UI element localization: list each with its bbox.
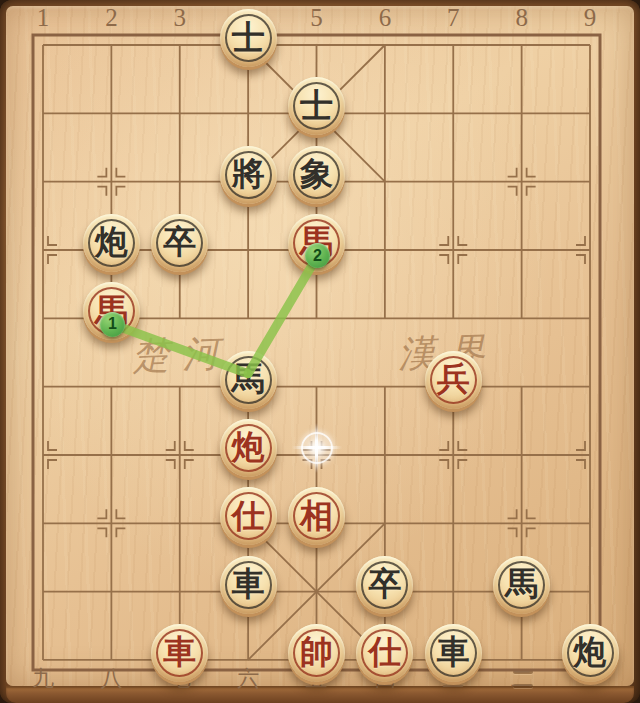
- file-label-top-5: 5: [297, 4, 337, 32]
- file-label-bottom-2: 八: [91, 664, 131, 694]
- piece-glyph: 炮: [574, 635, 607, 670]
- piece-glyph: 士: [300, 89, 333, 124]
- file-label-bottom-8: 二: [502, 664, 542, 694]
- piece-black-士-c4r0[interactable]: 士: [220, 9, 277, 67]
- piece-black-士-c5r1[interactable]: 士: [288, 77, 345, 135]
- file-label-top-9: 9: [570, 4, 610, 32]
- piece-glyph: 將: [232, 157, 265, 192]
- piece-red-仕-c6r9[interactable]: 仕: [356, 624, 413, 682]
- piece-red-帥-c5r9[interactable]: 帥: [288, 624, 345, 682]
- piece-red-車-c3r9[interactable]: 車: [151, 624, 208, 682]
- piece-glyph: 相: [300, 499, 333, 534]
- piece-glyph: 仕: [368, 635, 401, 670]
- piece-glyph: 車: [437, 635, 470, 670]
- piece-glyph: 士: [232, 21, 265, 56]
- piece-black-卒-c6r8[interactable]: 卒: [356, 556, 413, 614]
- piece-glyph: 炮: [232, 430, 265, 465]
- file-label-top-6: 6: [365, 4, 405, 32]
- river-text-left: 楚河: [131, 328, 233, 381]
- piece-glyph: 象: [300, 157, 333, 192]
- piece-black-象-c5r2[interactable]: 象: [288, 146, 345, 204]
- piece-glyph: 馬: [232, 362, 265, 397]
- piece-black-馬-c8r8[interactable]: 馬: [493, 556, 550, 614]
- piece-red-相-c5r7[interactable]: 相: [288, 487, 345, 545]
- piece-black-馬-c4r5[interactable]: 馬: [220, 351, 277, 409]
- file-label-top-1: 1: [23, 4, 63, 32]
- piece-black-卒-c3r3[interactable]: 卒: [151, 214, 208, 272]
- file-label-bottom-1: 九: [23, 664, 63, 694]
- piece-glyph: 仕: [232, 499, 265, 534]
- file-label-bottom-4: 六: [228, 664, 268, 694]
- piece-red-仕-c4r7[interactable]: 仕: [220, 487, 277, 545]
- piece-glyph: 卒: [163, 225, 196, 260]
- piece-glyph: 車: [163, 635, 196, 670]
- piece-glyph: 車: [232, 567, 265, 602]
- piece-glyph: 帥: [300, 635, 333, 670]
- piece-black-車-c7r9[interactable]: 車: [425, 624, 482, 682]
- piece-glyph: 卒: [368, 567, 401, 602]
- file-label-top-3: 3: [160, 4, 200, 32]
- file-label-top-7: 7: [433, 4, 473, 32]
- piece-glyph: 兵: [437, 362, 470, 397]
- piece-black-炮-c9r9[interactable]: 炮: [562, 624, 619, 682]
- file-label-top-2: 2: [91, 4, 131, 32]
- piece-black-炮-c2r3[interactable]: 炮: [83, 214, 140, 272]
- piece-black-車-c4r8[interactable]: 車: [220, 556, 277, 614]
- piece-black-將-c4r2[interactable]: 將: [220, 146, 277, 204]
- file-label-top-8: 8: [502, 4, 542, 32]
- move-hint-badge-1[interactable]: 1: [100, 312, 125, 337]
- piece-glyph: 炮: [95, 225, 128, 260]
- piece-glyph: 馬: [505, 567, 538, 602]
- piece-red-炮-c4r6[interactable]: 炮: [220, 419, 277, 477]
- piece-red-兵-c7r5[interactable]: 兵: [425, 351, 482, 409]
- xiangqi-app: 123456789九八七六五四三二一 楚河 漢界 士士將象炮卒馬馬馬兵炮仕相車卒…: [0, 0, 640, 703]
